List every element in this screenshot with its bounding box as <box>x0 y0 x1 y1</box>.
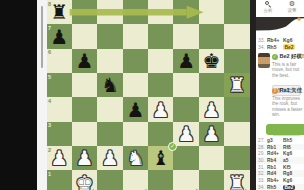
square-c5[interactable]: ♞ <box>97 73 122 97</box>
move-row: 34.Rh5Be2 <box>256 184 304 190</box>
rank-label-6: 6 <box>48 49 51 55</box>
rank-label-2: 2 <box>48 147 51 153</box>
evaluation-graph[interactable] <box>256 17 304 32</box>
square-c2[interactable]: ♟ <box>97 146 122 170</box>
background-window <box>0 0 37 190</box>
square-f5[interactable] <box>173 73 198 97</box>
current-move-list: 33.Rb4+Kg634.Rh5Be2 <box>256 36 304 51</box>
piece-white-knight[interactable]: ♞ <box>123 146 148 170</box>
piece-white-pawn[interactable]: ♟ <box>199 97 224 121</box>
black-move[interactable]: Kg6 <box>283 151 299 156</box>
square-h6[interactable] <box>224 49 249 73</box>
black-move[interactable]: Be2 <box>283 185 295 190</box>
next-button[interactable]: 下一步 <box>266 124 304 135</box>
square-b8[interactable] <box>72 0 97 24</box>
file-label-a: a <box>67 188 70 190</box>
file-label-d: d <box>143 188 146 190</box>
move-row: 33.Rb4+Kg6 <box>256 36 304 44</box>
square-a1[interactable]: 1a <box>47 170 72 190</box>
analysis-panel: 分析 ⚙ 设置 33.Rb4+Kg634.Rh5Be2 ✓ Be2 好棋! Th… <box>256 0 304 190</box>
square-a2[interactable]: 2♟ <box>47 146 72 170</box>
coach-comment-best: ✓ Be2 好棋! This is a fair move, but not t… <box>256 52 304 85</box>
move-row: 27.g3Bh5 <box>256 137 304 144</box>
piece-black-pawn[interactable]: ♟ <box>72 49 97 73</box>
tab-analysis[interactable]: 分析 <box>264 1 273 16</box>
move-number: 28. <box>258 145 267 150</box>
rank-label-8: 8 <box>48 1 51 7</box>
square-h7[interactable] <box>224 24 249 48</box>
piece-black-pawn[interactable]: ♟ <box>173 49 198 73</box>
check-circle-icon: ✓ <box>272 54 278 60</box>
move-number: 29. <box>258 151 267 156</box>
black-move[interactable]: Be2 <box>283 44 295 50</box>
square-b6[interactable]: ♟ <box>72 49 97 73</box>
move-row: 34.Rh5Be2 <box>256 44 304 52</box>
coach-avatar <box>258 53 270 68</box>
square-d3[interactable] <box>123 122 148 146</box>
tab-analysis-label: 分析 <box>264 8 273 13</box>
square-e4[interactable]: ♟ <box>148 97 173 121</box>
square-a7[interactable]: 7♟ <box>47 24 72 48</box>
coach-comment-alt: ! Ra1 欠佳 This improves the rook, but mis… <box>256 86 304 123</box>
square-h5[interactable]: ♜ <box>224 73 249 97</box>
move-number: 31. <box>258 165 267 170</box>
white-move[interactable]: Rd4 <box>267 171 283 176</box>
square-h1[interactable]: h♜ <box>224 170 249 190</box>
square-f1[interactable]: f <box>173 170 198 190</box>
square-g8[interactable] <box>199 0 224 24</box>
square-a3[interactable]: 3 <box>47 122 72 146</box>
file-label-g: g <box>219 188 222 190</box>
file-label-e: e <box>169 188 172 190</box>
file-label-b: b <box>92 188 95 190</box>
square-d1[interactable]: d <box>123 170 148 190</box>
white-move[interactable]: Rh5 <box>267 44 283 50</box>
move-row: 29.Rd4+Kg6 <box>256 150 304 157</box>
rank-label-1: 1 <box>48 171 51 177</box>
move-row: 30.Rb4a5 <box>256 157 304 164</box>
gear-icon: ⚙ <box>289 1 295 7</box>
square-c1[interactable]: c <box>97 170 122 190</box>
panel-header: 分析 ⚙ 设置 <box>256 1 304 16</box>
square-b5[interactable] <box>72 73 97 97</box>
board-grid[interactable]: 8♜7♟6♟♟♚5♞♜4♟♟♟3♟♟2♟♟♟♞♝1ab♚cdefgh♜ <box>47 0 250 190</box>
piece-white-king[interactable]: ♚ <box>72 170 97 190</box>
square-f2[interactable] <box>173 146 198 170</box>
square-d2[interactable]: ♞ <box>123 146 148 170</box>
rank-label-3: 3 <box>48 122 51 128</box>
comment-move: Ra1 欠佳 <box>280 87 303 94</box>
move-number: 34. <box>258 44 267 50</box>
square-h8[interactable] <box>224 0 249 24</box>
square-e8[interactable] <box>148 0 173 24</box>
square-h2[interactable] <box>224 146 249 170</box>
square-g7[interactable] <box>199 24 224 48</box>
move-row: 33.Rb4+Kg6 <box>256 177 304 184</box>
square-c4[interactable] <box>97 97 122 121</box>
square-c6[interactable] <box>97 49 122 73</box>
square-d8[interactable] <box>123 0 148 24</box>
square-d4[interactable]: ♟ <box>123 97 148 121</box>
square-a8[interactable]: 8♜ <box>47 0 72 24</box>
square-h3[interactable] <box>224 122 249 146</box>
square-f6[interactable]: ♟ <box>173 49 198 73</box>
square-c7[interactable] <box>97 24 122 48</box>
piece-black-pawn[interactable]: ♟ <box>123 97 148 121</box>
square-b1[interactable]: b♚ <box>72 170 97 190</box>
square-c3[interactable] <box>97 122 122 146</box>
square-g5[interactable] <box>199 73 224 97</box>
file-label-f: f <box>196 188 198 190</box>
square-f3[interactable]: ♟ <box>173 122 198 146</box>
square-g6[interactable]: ♚ <box>199 49 224 73</box>
piece-black-king[interactable]: ♚ <box>199 49 224 73</box>
app-window: 8♜7♟6♟♟♚5♞♜4♟♟♟3♟♟2♟♟♟♞♝1ab♚cdefgh♜ ✓ 分析… <box>0 0 304 190</box>
comment-text: This improves the rook, but misses a fas… <box>272 96 303 119</box>
square-d5[interactable] <box>123 73 148 97</box>
comment-move: Be2 好棋! <box>280 53 304 60</box>
white-move[interactable]: Rb4 <box>267 158 283 163</box>
square-g3[interactable]: ♟ <box>199 122 224 146</box>
piece-white-pawn[interactable]: ♟ <box>97 146 122 170</box>
black-move[interactable]: Rf8 <box>283 145 299 150</box>
tab-settings-label: 设置 <box>288 8 297 13</box>
black-move[interactable]: Kg6 <box>283 37 299 43</box>
rank-label-4: 4 <box>48 98 51 104</box>
move-number: 27. <box>258 138 267 143</box>
move-row: 32.Rd4Rg8 <box>256 170 304 177</box>
white-move[interactable]: Rb4+ <box>267 37 283 43</box>
square-b7[interactable] <box>72 24 97 48</box>
square-e5[interactable] <box>148 73 173 97</box>
piece-white-pawn[interactable]: ♟ <box>173 122 198 146</box>
square-d7[interactable] <box>123 24 148 48</box>
piece-white-rook[interactable]: ♜ <box>224 170 249 190</box>
black-move[interactable]: Kg6 <box>283 178 299 183</box>
move-number: 30. <box>258 158 267 163</box>
white-move[interactable]: Rb1 <box>267 145 283 150</box>
piece-white-pawn[interactable]: ♟ <box>72 146 97 170</box>
square-d6[interactable] <box>123 49 148 73</box>
move-number: 32. <box>258 171 267 176</box>
file-label-h: h <box>245 188 248 190</box>
chess-board[interactable]: 8♜7♟6♟♟♚5♞♜4♟♟♟3♟♟2♟♟♟♞♝1ab♚cdefgh♜ ✓ <box>47 0 250 190</box>
white-move[interactable]: Rd4+ <box>267 151 283 156</box>
square-f7[interactable] <box>173 24 198 48</box>
piece-white-pawn[interactable]: ♟ <box>199 122 224 146</box>
window-edge <box>37 0 47 190</box>
square-a4[interactable]: 4 <box>47 97 72 121</box>
excellent-move-badge: ✓ <box>168 142 177 151</box>
square-e6[interactable] <box>148 49 173 73</box>
black-move[interactable]: Bh5 <box>283 138 299 143</box>
rank-label-5: 5 <box>48 74 51 80</box>
square-e7[interactable] <box>148 24 173 48</box>
white-move[interactable]: Rb4+ <box>267 178 283 183</box>
square-f8[interactable] <box>173 0 198 24</box>
rank-label-7: 7 <box>48 25 51 31</box>
square-a5[interactable]: 5 <box>47 73 72 97</box>
square-b2[interactable]: ♟ <box>72 146 97 170</box>
scrollbar-thumb[interactable] <box>41 6 43 68</box>
piece-white-rook[interactable]: ♜ <box>224 73 249 97</box>
square-f4[interactable] <box>173 97 198 121</box>
black-move[interactable]: Rg8 <box>283 171 299 176</box>
search-icon <box>265 1 271 7</box>
black-move[interactable]: Kf5 <box>283 165 299 170</box>
square-c8[interactable] <box>97 0 122 24</box>
square-b4[interactable] <box>72 97 97 121</box>
comment-text: This is a fair move, but not the best. <box>272 62 303 79</box>
piece-white-pawn[interactable]: ♟ <box>148 97 173 121</box>
file-label-c: c <box>118 188 121 190</box>
square-a6[interactable]: 6 <box>47 49 72 73</box>
move-number: 34. <box>258 185 267 190</box>
square-g1[interactable]: g <box>199 170 224 190</box>
tab-settings[interactable]: ⚙ 设置 <box>288 1 297 16</box>
full-move-list[interactable]: 27.g3Bh528.Rb1Rf829.Rd4+Kg630.Rb4a531.Rb… <box>256 137 304 190</box>
move-row: 28.Rb1Rf8 <box>256 144 304 151</box>
piece-black-knight[interactable]: ♞ <box>97 73 122 97</box>
square-h4[interactable] <box>224 97 249 121</box>
move-row: 31.Rb1Kf5 <box>256 164 304 171</box>
inaccuracy-circle-icon: ! <box>272 88 278 94</box>
square-e1[interactable]: e <box>148 170 173 190</box>
move-number: 33. <box>258 37 267 43</box>
white-move[interactable]: g3 <box>267 138 283 143</box>
square-g2[interactable] <box>199 146 224 170</box>
white-move[interactable]: Rb1 <box>267 165 283 170</box>
black-move[interactable]: a5 <box>283 158 299 163</box>
square-b3[interactable] <box>72 122 97 146</box>
move-number: 33. <box>258 178 267 183</box>
square-g4[interactable]: ♟ <box>199 97 224 121</box>
white-move[interactable]: Rh5 <box>267 185 283 190</box>
